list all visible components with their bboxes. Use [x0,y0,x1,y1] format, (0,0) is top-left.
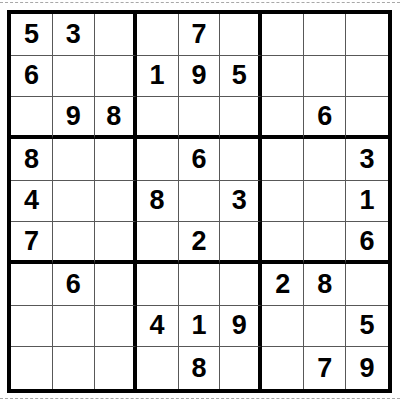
cell-r2c1[interactable]: 6 [11,56,53,98]
cell-r3c4[interactable] [137,97,179,139]
cell-r6c4[interactable] [137,222,179,264]
cell-r5c6[interactable]: 3 [220,181,262,223]
page-edge-line-bottom [0,398,400,399]
cell-r4c4[interactable] [137,139,179,181]
given-digit: 8 [191,355,206,382]
cell-r7c4[interactable] [137,264,179,306]
given-digit: 2 [191,228,206,255]
given-digit: 8 [150,187,165,214]
cell-r5c5[interactable] [179,181,221,223]
given-digit: 9 [232,312,247,339]
cell-r1c9[interactable] [346,14,388,56]
cell-r9c2[interactable] [53,347,95,389]
cell-r8c2[interactable] [53,306,95,348]
cell-r9c6[interactable] [220,347,262,389]
cell-r6c6[interactable] [220,222,262,264]
cell-r8c9[interactable]: 5 [346,306,388,348]
cell-r8c5[interactable]: 1 [179,306,221,348]
cell-r7c5[interactable] [179,264,221,306]
given-digit: 7 [191,21,206,48]
given-digit: 9 [191,62,206,89]
cell-r6c8[interactable] [304,222,346,264]
cell-r2c7[interactable] [262,56,304,98]
cell-r8c6[interactable]: 9 [220,306,262,348]
given-digit: 1 [191,312,206,339]
cell-r8c7[interactable] [262,306,304,348]
cell-r4c7[interactable] [262,139,304,181]
given-digit: 8 [24,146,39,173]
cell-r4c1[interactable]: 8 [11,139,53,181]
cell-r9c9[interactable]: 9 [346,347,388,389]
given-digit: 8 [317,271,332,298]
cell-r2c9[interactable] [346,56,388,98]
given-digit: 8 [106,103,121,130]
given-digit: 9 [66,103,81,130]
cell-r7c3[interactable] [95,264,137,306]
cell-r8c3[interactable] [95,306,137,348]
cell-r7c8[interactable]: 8 [304,264,346,306]
given-digit: 3 [66,21,81,48]
cell-r9c4[interactable] [137,347,179,389]
given-digit: 6 [191,146,206,173]
cell-r9c3[interactable] [95,347,137,389]
sudoku-board: 537619598686348317266284195879 [7,10,392,393]
cell-r1c7[interactable] [262,14,304,56]
given-digit: 7 [24,228,39,255]
cell-r3c8[interactable]: 6 [304,97,346,139]
page-edge-line-top [0,2,400,3]
cell-r1c6[interactable] [220,14,262,56]
given-digit: 6 [360,228,375,255]
cell-r3c3[interactable]: 8 [95,97,137,139]
cell-r4c6[interactable] [220,139,262,181]
cell-r6c3[interactable] [95,222,137,264]
cell-r3c9[interactable] [346,97,388,139]
given-digit: 1 [150,62,165,89]
cell-r3c7[interactable] [262,97,304,139]
cell-r6c1[interactable]: 7 [11,222,53,264]
cell-r9c1[interactable] [11,347,53,389]
given-digit: 5 [360,312,375,339]
cell-r2c3[interactable] [95,56,137,98]
cell-r9c7[interactable] [262,347,304,389]
given-digit: 7 [317,355,332,382]
cell-r4c3[interactable] [95,139,137,181]
cell-r6c5[interactable]: 2 [179,222,221,264]
cell-r3c1[interactable] [11,97,53,139]
cell-r8c1[interactable] [11,306,53,348]
given-digit: 5 [24,21,39,48]
cell-r7c9[interactable] [346,264,388,306]
cell-r1c8[interactable] [304,14,346,56]
cell-r7c1[interactable] [11,264,53,306]
cell-r5c2[interactable] [53,181,95,223]
cell-r2c6[interactable]: 5 [220,56,262,98]
cell-r1c3[interactable] [95,14,137,56]
cell-r1c4[interactable] [137,14,179,56]
cell-r3c5[interactable] [179,97,221,139]
cell-r7c6[interactable] [220,264,262,306]
given-digit: 3 [232,187,247,214]
given-digit: 5 [232,62,247,89]
given-digit: 4 [150,312,165,339]
cell-r2c8[interactable] [304,56,346,98]
cell-r8c8[interactable] [304,306,346,348]
cell-r5c1[interactable]: 4 [11,181,53,223]
cell-r1c1[interactable]: 5 [11,14,53,56]
cell-r2c5[interactable]: 9 [179,56,221,98]
given-digit: 6 [24,62,39,89]
cell-r6c2[interactable] [53,222,95,264]
cell-r2c4[interactable]: 1 [137,56,179,98]
given-digit: 3 [360,146,375,173]
cell-r1c5[interactable]: 7 [179,14,221,56]
given-digit: 6 [66,271,81,298]
cell-r4c2[interactable] [53,139,95,181]
cell-r6c9[interactable]: 6 [346,222,388,264]
cell-r6c7[interactable] [262,222,304,264]
cell-r4c9[interactable]: 3 [346,139,388,181]
cell-r2c2[interactable] [53,56,95,98]
cell-r3c6[interactable] [220,97,262,139]
given-digit: 4 [24,187,39,214]
cell-r3c2[interactable]: 9 [53,97,95,139]
given-digit: 6 [317,103,332,130]
cell-r5c4[interactable]: 8 [137,181,179,223]
cell-r7c2[interactable]: 6 [53,264,95,306]
given-digit: 9 [360,355,375,382]
cell-r9c8[interactable]: 7 [304,347,346,389]
given-digit: 1 [360,187,375,214]
cell-r5c7[interactable] [262,181,304,223]
cell-r4c8[interactable] [304,139,346,181]
cell-r1c2[interactable]: 3 [53,14,95,56]
cell-r4c5[interactable]: 6 [179,139,221,181]
cell-r5c9[interactable]: 1 [346,181,388,223]
cell-r9c5[interactable]: 8 [179,347,221,389]
given-digit: 2 [275,271,290,298]
cell-r8c4[interactable]: 4 [137,306,179,348]
cell-r7c7[interactable]: 2 [262,264,304,306]
cell-r5c3[interactable] [95,181,137,223]
cell-r5c8[interactable] [304,181,346,223]
